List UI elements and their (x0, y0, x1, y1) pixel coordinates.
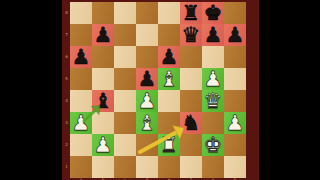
square-d7[interactable] (136, 24, 158, 46)
letterboxed-stage: 87654321 abcdefgh ♜♚♟♛♟♟♟♟♟♝♟♝♟♛♟♝♞♟♟♜♚ (0, 0, 320, 180)
square-f6[interactable] (180, 46, 202, 68)
piece-white-pawn[interactable]: ♟ (202, 68, 224, 90)
square-b8[interactable] (92, 2, 114, 24)
square-g6[interactable] (202, 46, 224, 68)
square-b7[interactable]: ♟ (92, 24, 114, 46)
piece-white-bishop[interactable]: ♝ (158, 68, 180, 90)
square-h4[interactable] (224, 90, 246, 112)
square-h1[interactable] (224, 156, 246, 178)
square-d8[interactable] (136, 2, 158, 24)
square-e2[interactable]: ♜ (158, 134, 180, 156)
piece-white-pawn[interactable]: ♟ (92, 134, 114, 156)
square-g4[interactable]: ♛ (202, 90, 224, 112)
square-e3[interactable] (158, 112, 180, 134)
square-b2[interactable]: ♟ (92, 134, 114, 156)
square-c1[interactable] (114, 156, 136, 178)
piece-white-rook[interactable]: ♜ (158, 134, 180, 156)
rank-label-8: 8 (63, 2, 70, 24)
square-b1[interactable] (92, 156, 114, 178)
square-c2[interactable] (114, 134, 136, 156)
square-f8[interactable]: ♜ (180, 2, 202, 24)
square-g3[interactable] (202, 112, 224, 134)
square-b6[interactable] (92, 46, 114, 68)
piece-black-queen[interactable]: ♛ (180, 24, 202, 46)
square-a8[interactable] (70, 2, 92, 24)
piece-black-pawn[interactable]: ♟ (202, 24, 224, 46)
square-h6[interactable] (224, 46, 246, 68)
square-e5[interactable]: ♝ (158, 68, 180, 90)
square-e6[interactable]: ♟ (158, 46, 180, 68)
square-h7[interactable]: ♟ (224, 24, 246, 46)
square-c4[interactable] (114, 90, 136, 112)
square-e7[interactable] (158, 24, 180, 46)
piece-black-rook[interactable]: ♜ (180, 2, 202, 24)
square-a6[interactable]: ♟ (70, 46, 92, 68)
square-a1[interactable] (70, 156, 92, 178)
square-d4[interactable]: ♟ (136, 90, 158, 112)
square-f2[interactable] (180, 134, 202, 156)
square-e4[interactable] (158, 90, 180, 112)
square-a7[interactable] (70, 24, 92, 46)
square-f3[interactable]: ♞ (180, 112, 202, 134)
square-f1[interactable] (180, 156, 202, 178)
square-e8[interactable] (158, 2, 180, 24)
square-b3[interactable] (92, 112, 114, 134)
square-f5[interactable] (180, 68, 202, 90)
piece-black-pawn[interactable]: ♟ (136, 68, 158, 90)
square-b4[interactable]: ♝ (92, 90, 114, 112)
square-c3[interactable] (114, 112, 136, 134)
rank-label-2: 2 (63, 134, 70, 156)
square-g5[interactable]: ♟ (202, 68, 224, 90)
rank-label-4: 4 (63, 90, 70, 112)
square-a2[interactable] (70, 134, 92, 156)
piece-white-queen[interactable]: ♛ (202, 90, 224, 112)
square-a3[interactable]: ♟ (70, 112, 92, 134)
rank-label-3: 3 (63, 112, 70, 134)
piece-black-bishop[interactable]: ♝ (92, 90, 114, 112)
square-f4[interactable] (180, 90, 202, 112)
square-h2[interactable] (224, 134, 246, 156)
square-c7[interactable] (114, 24, 136, 46)
piece-black-king[interactable]: ♚ (202, 2, 224, 24)
rank-labels: 87654321 (63, 2, 70, 178)
piece-black-pawn[interactable]: ♟ (224, 24, 246, 46)
chess-board[interactable]: ♜♚♟♛♟♟♟♟♟♝♟♝♟♛♟♝♞♟♟♜♚ (70, 2, 246, 178)
piece-white-pawn[interactable]: ♟ (224, 112, 246, 134)
piece-black-pawn[interactable]: ♟ (158, 46, 180, 68)
rank-label-1: 1 (63, 156, 70, 178)
square-e1[interactable] (158, 156, 180, 178)
square-d2[interactable] (136, 134, 158, 156)
square-g2[interactable]: ♚ (202, 134, 224, 156)
square-c6[interactable] (114, 46, 136, 68)
board-frame: 87654321 abcdefgh ♜♚♟♛♟♟♟♟♟♝♟♝♟♛♟♝♞♟♟♜♚ (62, 0, 259, 180)
square-h3[interactable]: ♟ (224, 112, 246, 134)
square-g1[interactable] (202, 156, 224, 178)
square-d3[interactable]: ♝ (136, 112, 158, 134)
square-d1[interactable] (136, 156, 158, 178)
square-f7[interactable]: ♛ (180, 24, 202, 46)
piece-white-bishop[interactable]: ♝ (136, 112, 158, 134)
square-b5[interactable] (92, 68, 114, 90)
square-d5[interactable]: ♟ (136, 68, 158, 90)
square-g7[interactable]: ♟ (202, 24, 224, 46)
piece-white-pawn[interactable]: ♟ (70, 112, 92, 134)
piece-white-pawn[interactable]: ♟ (136, 90, 158, 112)
square-c5[interactable] (114, 68, 136, 90)
piece-white-king[interactable]: ♚ (202, 134, 224, 156)
rank-label-7: 7 (63, 24, 70, 46)
square-c8[interactable] (114, 2, 136, 24)
piece-black-knight[interactable]: ♞ (180, 112, 202, 134)
rank-label-6: 6 (63, 46, 70, 68)
piece-black-pawn[interactable]: ♟ (70, 46, 92, 68)
piece-black-pawn[interactable]: ♟ (92, 24, 114, 46)
square-d6[interactable] (136, 46, 158, 68)
square-h5[interactable] (224, 68, 246, 90)
square-h8[interactable] (224, 2, 246, 24)
square-a4[interactable] (70, 90, 92, 112)
rank-label-5: 5 (63, 68, 70, 90)
square-a5[interactable] (70, 68, 92, 90)
square-g8[interactable]: ♚ (202, 2, 224, 24)
